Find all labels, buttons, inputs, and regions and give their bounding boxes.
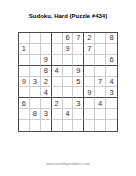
sudoku-cell-r5c5 [63, 77, 74, 88]
sudoku-cell-r6c5 [63, 87, 74, 98]
sudoku-cell-r7c1: 6 [19, 98, 30, 109]
sudoku-cell-r2c5: 9 [63, 44, 74, 55]
sudoku-page: Sudoku, Hard (Puzzle #434) 6728197968499… [0, 0, 136, 176]
sudoku-cell-r2c9 [106, 44, 117, 55]
sudoku-cell-r1c3 [41, 33, 52, 44]
sudoku-cell-r7c9 [106, 98, 117, 109]
sudoku-cell-r8c6 [73, 109, 84, 120]
sudoku-cell-r2c1: 1 [19, 44, 30, 55]
sudoku-cell-r9c1 [19, 120, 30, 131]
sudoku-cell-r2c4 [52, 44, 63, 55]
sudoku-cell-r2c6 [73, 44, 84, 55]
sudoku-board: 6728197968499325744936234834 [18, 32, 118, 132]
sudoku-cell-r6c2 [30, 87, 41, 98]
sudoku-cell-r5c9: 4 [106, 77, 117, 88]
sudoku-cell-r5c2: 3 [30, 77, 41, 88]
sudoku-cell-r9c4 [52, 120, 63, 131]
sudoku-cell-r6c8 [95, 87, 106, 98]
sudoku-cell-r5c6: 5 [73, 77, 84, 88]
sudoku-cell-r3c7 [84, 55, 95, 66]
sudoku-cell-r6c7: 9 [84, 87, 95, 98]
sudoku-cell-r6c6 [73, 87, 84, 98]
sudoku-cell-r8c9 [106, 109, 117, 120]
sudoku-cell-r5c3: 2 [41, 77, 52, 88]
sudoku-cell-r4c8 [95, 66, 106, 77]
sudoku-cell-r8c1 [19, 109, 30, 120]
sudoku-cell-r4c1 [19, 66, 30, 77]
sudoku-cell-r3c9: 6 [106, 55, 117, 66]
sudoku-cell-r4c7 [84, 66, 95, 77]
sudoku-cell-r5c4 [52, 77, 63, 88]
sudoku-cell-r4c2 [30, 66, 41, 77]
sudoku-cell-r4c5 [63, 66, 74, 77]
sudoku-cell-r7c4: 2 [52, 98, 63, 109]
sudoku-cell-r9c5 [63, 120, 74, 131]
sudoku-cell-r8c3: 3 [41, 109, 52, 120]
puzzle-title: Sudoku, Hard (Puzzle #434) [0, 13, 136, 19]
sudoku-cell-r4c9 [106, 66, 117, 77]
sudoku-cell-r1c5: 6 [63, 33, 74, 44]
sudoku-cell-r3c3: 9 [41, 55, 52, 66]
sudoku-cell-r7c3 [41, 98, 52, 109]
sudoku-cell-r7c8: 4 [95, 98, 106, 109]
sudoku-cell-r4c4: 4 [52, 66, 63, 77]
sudoku-cell-r7c7 [84, 98, 95, 109]
sudoku-cell-r2c8 [95, 44, 106, 55]
sudoku-cell-r1c8 [95, 33, 106, 44]
sudoku-cell-r6c1 [19, 87, 30, 98]
sudoku-cell-r5c1: 9 [19, 77, 30, 88]
footer-url: www.printmysudoku.com [0, 161, 136, 166]
sudoku-cell-r4c6: 9 [73, 66, 84, 77]
sudoku-cell-r2c3 [41, 44, 52, 55]
sudoku-cell-r2c7: 7 [84, 44, 95, 55]
sudoku-cell-r9c9 [106, 120, 117, 131]
sudoku-cell-r3c1 [19, 55, 30, 66]
sudoku-cell-r1c4 [52, 33, 63, 44]
sudoku-cell-r5c8: 7 [95, 77, 106, 88]
sudoku-cell-r8c4 [52, 109, 63, 120]
sudoku-cell-r8c8 [95, 109, 106, 120]
sudoku-cell-r3c6 [73, 55, 84, 66]
sudoku-cell-r8c7 [84, 109, 95, 120]
sudoku-cell-r3c5 [63, 55, 74, 66]
sudoku-cell-r3c4 [52, 55, 63, 66]
sudoku-cell-r6c4 [52, 87, 63, 98]
sudoku-cell-r2c2 [30, 44, 41, 55]
sudoku-cell-r9c7 [84, 120, 95, 131]
sudoku-cell-r1c1 [19, 33, 30, 44]
sudoku-cell-r1c6: 7 [73, 33, 84, 44]
sudoku-cell-r9c6 [73, 120, 84, 131]
sudoku-cell-r7c2 [30, 98, 41, 109]
sudoku-cell-r8c2: 8 [30, 109, 41, 120]
sudoku-cell-r1c2 [30, 33, 41, 44]
sudoku-cell-r9c8 [95, 120, 106, 131]
sudoku-cell-r1c7: 2 [84, 33, 95, 44]
sudoku-cell-r3c8 [95, 55, 106, 66]
sudoku-cell-r5c7 [84, 77, 95, 88]
sudoku-cell-r9c2 [30, 120, 41, 131]
sudoku-cell-r7c5 [63, 98, 74, 109]
sudoku-cell-r3c2 [30, 55, 41, 66]
sudoku-cell-r7c6: 3 [73, 98, 84, 109]
sudoku-cell-r9c3 [41, 120, 52, 131]
sudoku-cell-r6c9: 3 [106, 87, 117, 98]
sudoku-cell-r4c3: 8 [41, 66, 52, 77]
sudoku-cell-r6c3: 4 [41, 87, 52, 98]
sudoku-cell-r1c9: 8 [106, 33, 117, 44]
sudoku-cell-r8c5: 4 [63, 109, 74, 120]
